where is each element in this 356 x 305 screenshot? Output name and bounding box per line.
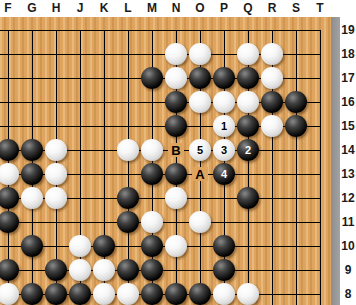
column-label-Q: Q: [239, 1, 257, 16]
row-label-19: 19: [340, 22, 356, 38]
stone-white-P14[interactable]: 3: [213, 139, 235, 161]
stone-white-G12[interactable]: [21, 187, 43, 209]
stone-black-H8[interactable]: [45, 283, 67, 305]
row-label-16: 16: [340, 94, 356, 110]
stone-black-Q15[interactable]: [237, 115, 259, 137]
go-board-viewer: AB 24153 FGHJKLMNOPQRST 1918171615141312…: [0, 0, 356, 305]
stone-black-G14[interactable]: [21, 139, 43, 161]
stone-white-O11[interactable]: [189, 211, 211, 233]
column-label-K: K: [95, 1, 113, 16]
stone-white-M14[interactable]: [141, 139, 163, 161]
stone-black-S16[interactable]: [285, 91, 307, 113]
row-label-8: 8: [340, 286, 356, 302]
stone-white-N12[interactable]: [165, 187, 187, 209]
stone-white-L8[interactable]: [117, 283, 139, 305]
stone-white-H14[interactable]: [45, 139, 67, 161]
stone-white-H12[interactable]: [45, 187, 67, 209]
stone-black-N8[interactable]: [165, 283, 187, 305]
stone-black-S15[interactable]: [285, 115, 307, 137]
stone-black-N16[interactable]: [165, 91, 187, 113]
row-label-11: 11: [340, 214, 356, 230]
stone-white-P15[interactable]: 1: [213, 115, 235, 137]
stone-white-O14[interactable]: 5: [189, 139, 211, 161]
stone-black-P9[interactable]: [213, 259, 235, 281]
column-label-H: H: [47, 1, 65, 16]
stone-white-O18[interactable]: [189, 43, 211, 65]
stone-black-R16[interactable]: [261, 91, 283, 113]
stone-black-M10[interactable]: [141, 235, 163, 257]
column-label-N: N: [167, 1, 185, 16]
stone-white-J9[interactable]: [69, 259, 91, 281]
stone-black-G13[interactable]: [21, 163, 43, 185]
stone-black-P10[interactable]: [213, 235, 235, 257]
stone-black-J8[interactable]: [69, 283, 91, 305]
stone-black-P13[interactable]: 4: [213, 163, 235, 185]
stone-black-H9[interactable]: [45, 259, 67, 281]
stone-black-L11[interactable]: [117, 211, 139, 233]
move-number-3: 3: [221, 145, 227, 156]
stone-white-M11[interactable]: [141, 211, 163, 233]
column-label-P: P: [215, 1, 233, 16]
stone-white-Q16[interactable]: [237, 91, 259, 113]
column-label-J: J: [71, 1, 89, 16]
row-label-14: 14: [340, 142, 356, 158]
stone-black-M17[interactable]: [141, 67, 163, 89]
column-label-R: R: [263, 1, 281, 16]
stone-white-H13[interactable]: [45, 163, 67, 185]
stone-white-J10[interactable]: [69, 235, 91, 257]
grid-vline-T: [320, 30, 321, 305]
stone-black-M8[interactable]: [141, 283, 163, 305]
column-label-L: L: [119, 1, 137, 16]
move-number-5: 5: [197, 145, 203, 156]
stone-white-K8[interactable]: [93, 283, 115, 305]
stone-black-N15[interactable]: [165, 115, 187, 137]
column-label-O: O: [191, 1, 209, 16]
column-label-G: G: [23, 1, 41, 16]
row-label-10: 10: [340, 238, 356, 254]
row-label-13: 13: [340, 166, 356, 182]
stone-white-N18[interactable]: [165, 43, 187, 65]
row-label-15: 15: [340, 118, 356, 134]
stone-white-R15[interactable]: [261, 115, 283, 137]
grid-vline-S: [296, 30, 297, 305]
stone-white-P8[interactable]: [213, 283, 235, 305]
stone-white-N10[interactable]: [165, 235, 187, 257]
stone-white-L14[interactable]: [117, 139, 139, 161]
point-label-A[interactable]: A: [192, 167, 208, 181]
stone-black-Q12[interactable]: [237, 187, 259, 209]
stone-black-M13[interactable]: [141, 163, 163, 185]
point-label-B[interactable]: B: [168, 143, 184, 157]
stone-white-O16[interactable]: [189, 91, 211, 113]
move-number-1: 1: [221, 121, 227, 132]
column-label-F: F: [0, 1, 17, 16]
stone-black-P17[interactable]: [213, 67, 235, 89]
stone-black-G8[interactable]: [21, 283, 43, 305]
stone-black-Q17[interactable]: [237, 67, 259, 89]
stone-white-P16[interactable]: [213, 91, 235, 113]
stone-white-R18[interactable]: [261, 43, 283, 65]
stone-black-L12[interactable]: [117, 187, 139, 209]
board-edge-shadow: [331, 17, 340, 305]
row-label-12: 12: [340, 190, 356, 206]
row-label-18: 18: [340, 46, 356, 62]
stone-black-K10[interactable]: [93, 235, 115, 257]
stone-white-Q8[interactable]: [237, 283, 259, 305]
stone-white-K9[interactable]: [93, 259, 115, 281]
move-number-4: 4: [221, 169, 227, 180]
stone-white-N17[interactable]: [165, 67, 187, 89]
stone-black-L9[interactable]: [117, 259, 139, 281]
column-label-M: M: [143, 1, 161, 16]
column-label-T: T: [311, 1, 329, 16]
stone-black-G10[interactable]: [21, 235, 43, 257]
row-label-17: 17: [340, 70, 356, 86]
column-label-S: S: [287, 1, 305, 16]
move-number-2: 2: [245, 145, 251, 156]
row-label-9: 9: [340, 262, 356, 278]
stone-black-M9[interactable]: [141, 259, 163, 281]
stone-black-Q14[interactable]: 2: [237, 139, 259, 161]
stone-white-R17[interactable]: [261, 67, 283, 89]
stone-black-O17[interactable]: [189, 67, 211, 89]
stone-black-N13[interactable]: [165, 163, 187, 185]
stone-black-O8[interactable]: [189, 283, 211, 305]
stone-white-Q18[interactable]: [237, 43, 259, 65]
